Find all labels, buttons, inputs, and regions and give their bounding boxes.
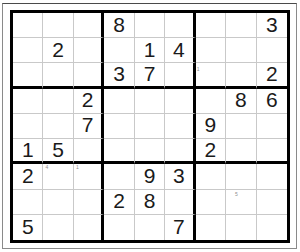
pencil-mark: 1 (76, 165, 79, 170)
cell-r3c5[interactable]: 7 (135, 63, 165, 88)
given-digit: 5 (22, 216, 34, 237)
cell-r8c3[interactable] (74, 190, 104, 215)
cell-r3c8[interactable] (226, 63, 256, 88)
cell-r8c1[interactable] (13, 190, 43, 215)
cell-r2c2[interactable]: 2 (43, 38, 73, 63)
given-digit: 2 (205, 139, 217, 160)
cell-r3c6[interactable] (165, 63, 195, 88)
cell-r6c8[interactable] (226, 139, 256, 164)
cell-r3c1[interactable] (13, 63, 43, 88)
cell-r3c7[interactable]: 1 (196, 63, 226, 88)
given-digit: 1 (22, 139, 34, 160)
cell-r7c3[interactable]: 1 (74, 164, 104, 189)
cell-r1c7[interactable] (196, 13, 226, 38)
cell-r7c6[interactable]: 3 (165, 164, 195, 189)
cell-r5c3[interactable]: 7 (74, 114, 104, 139)
sudoku-page: 832143712286791522419328557 (0, 0, 300, 252)
cell-r1c8[interactable] (226, 13, 256, 38)
cell-r5c1[interactable] (13, 114, 43, 139)
cell-r1c9[interactable]: 3 (257, 13, 287, 38)
cell-r9c2[interactable] (43, 215, 73, 240)
given-digit: 9 (144, 165, 156, 186)
cell-r1c2[interactable] (43, 13, 73, 38)
cell-r4c7[interactable] (196, 89, 226, 114)
cell-r5c2[interactable] (43, 114, 73, 139)
cell-r8c9[interactable] (257, 190, 287, 215)
cell-r5c5[interactable] (135, 114, 165, 139)
given-digit: 5 (52, 139, 64, 160)
cell-r4c8[interactable]: 8 (226, 89, 256, 114)
given-digit: 9 (205, 114, 217, 135)
cell-r6c2[interactable]: 5 (43, 139, 73, 164)
cell-r9c5[interactable] (135, 215, 165, 240)
cell-r6c4[interactable] (104, 139, 134, 164)
cell-r6c6[interactable] (165, 139, 195, 164)
cell-r7c1[interactable]: 2 (13, 164, 43, 189)
cell-r6c9[interactable] (257, 139, 287, 164)
sudoku-board: 832143712286791522419328557 (10, 10, 290, 243)
cell-r2c1[interactable] (13, 38, 43, 63)
cell-r4c9[interactable]: 6 (257, 89, 287, 114)
cell-r3c2[interactable] (43, 63, 73, 88)
given-digit: 3 (266, 14, 278, 35)
cell-r9c8[interactable] (226, 215, 256, 240)
given-digit: 4 (173, 39, 185, 60)
pencil-mark: 5 (235, 192, 238, 197)
given-digit: 8 (235, 89, 247, 110)
given-digit: 6 (266, 89, 278, 110)
cell-r2c6[interactable]: 4 (165, 38, 195, 63)
cell-r8c7[interactable] (196, 190, 226, 215)
cell-r6c5[interactable] (135, 139, 165, 164)
cell-r5c8[interactable] (226, 114, 256, 139)
cell-r7c2[interactable]: 4 (43, 164, 73, 189)
given-digit: 3 (173, 165, 185, 186)
cell-r1c3[interactable] (74, 13, 104, 38)
cell-r9c1[interactable]: 5 (13, 215, 43, 240)
cell-r8c5[interactable]: 8 (135, 190, 165, 215)
cell-r9c3[interactable] (74, 215, 104, 240)
cell-r1c1[interactable] (13, 13, 43, 38)
given-digit: 7 (144, 63, 156, 84)
given-digit: 1 (144, 39, 156, 60)
given-digit: 7 (82, 114, 94, 135)
cell-r3c9[interactable]: 2 (257, 63, 287, 88)
cell-r4c2[interactable] (43, 89, 73, 114)
cell-r3c3[interactable] (74, 63, 104, 88)
cell-r7c7[interactable] (196, 164, 226, 189)
given-digit: 8 (144, 190, 156, 211)
given-digit: 2 (82, 89, 94, 110)
cell-r2c4[interactable] (104, 38, 134, 63)
cell-r1c6[interactable] (165, 13, 195, 38)
cell-r5c7[interactable]: 9 (196, 114, 226, 139)
cell-r2c8[interactable] (226, 38, 256, 63)
pencil-mark: 4 (45, 165, 48, 170)
cell-r2c3[interactable] (74, 38, 104, 63)
cell-r7c4[interactable] (104, 164, 134, 189)
cell-r9c4[interactable] (104, 215, 134, 240)
given-digit: 2 (22, 165, 34, 186)
cell-r2c5[interactable]: 1 (135, 38, 165, 63)
cell-r7c5[interactable]: 9 (135, 164, 165, 189)
cell-r1c4[interactable]: 8 (104, 13, 134, 38)
cell-r9c9[interactable] (257, 215, 287, 240)
given-digit: 8 (113, 14, 125, 35)
cell-r5c9[interactable] (257, 114, 287, 139)
cell-r9c6[interactable]: 7 (165, 215, 195, 240)
cell-r4c3[interactable]: 2 (74, 89, 104, 114)
cell-r7c8[interactable] (226, 164, 256, 189)
cell-r6c7[interactable]: 2 (196, 139, 226, 164)
given-digit: 3 (113, 63, 125, 84)
cell-r3c4[interactable]: 3 (104, 63, 134, 88)
cell-r8c6[interactable] (165, 190, 195, 215)
cell-r8c4[interactable]: 2 (104, 190, 134, 215)
cell-r5c6[interactable] (165, 114, 195, 139)
cell-r8c8[interactable]: 5 (226, 190, 256, 215)
cell-r2c7[interactable] (196, 38, 226, 63)
pencil-mark: 1 (197, 67, 200, 72)
given-digit: 2 (266, 63, 278, 84)
cell-r6c1[interactable]: 1 (13, 139, 43, 164)
given-digit: 7 (173, 216, 185, 237)
cell-r4c4[interactable] (104, 89, 134, 114)
cell-r5c4[interactable] (104, 114, 134, 139)
cell-r9c7[interactable] (196, 215, 226, 240)
cell-r2c9[interactable] (257, 38, 287, 63)
cell-r6c3[interactable] (74, 139, 104, 164)
cell-r1c5[interactable] (135, 13, 165, 38)
cell-r4c1[interactable] (13, 89, 43, 114)
cell-r8c2[interactable] (43, 190, 73, 215)
cell-r4c5[interactable] (135, 89, 165, 114)
cell-r4c6[interactable] (165, 89, 195, 114)
given-digit: 2 (113, 190, 125, 211)
given-digit: 2 (52, 39, 64, 60)
cell-r7c9[interactable] (257, 164, 287, 189)
